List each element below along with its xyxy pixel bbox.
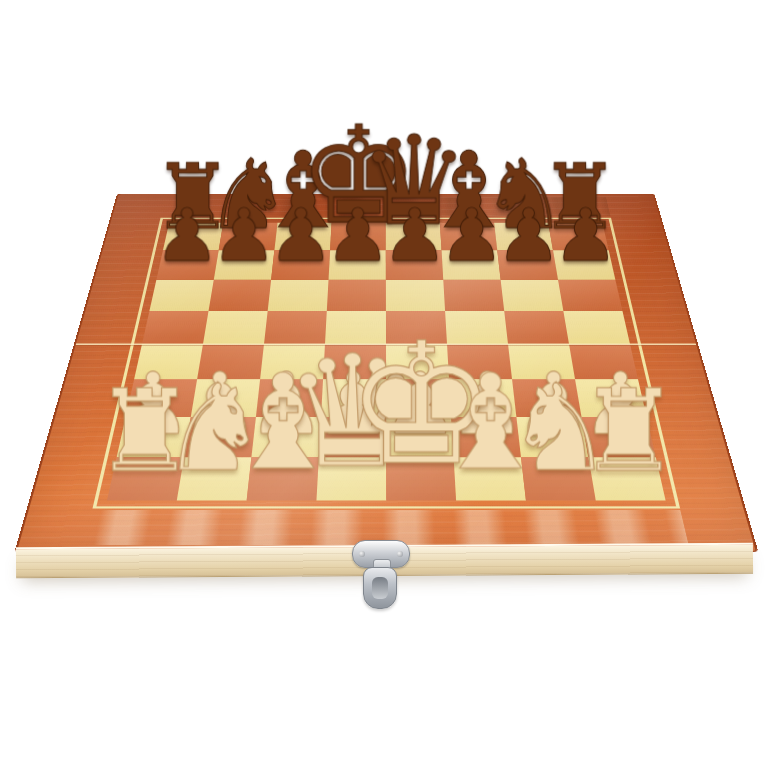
square-g5 [504, 311, 569, 344]
screw-icon [397, 551, 403, 557]
square-f7: ♟ [442, 250, 501, 279]
square-a7: ♟ [156, 250, 218, 279]
square-c7: ♟ [271, 250, 330, 279]
latch-plate [352, 540, 410, 568]
latch-hasp-loop [363, 567, 397, 609]
piece-black-pawn: ♟ [496, 199, 561, 272]
square-h5 [563, 311, 630, 344]
square-e6 [386, 280, 445, 311]
squares-grid: ♜♞♝♚♛♝♞♜♟♟♟♟♟♟♟♟♟♟♟♟♟♟♟♟♜♞♝♛♚♝♞♜ [107, 223, 666, 501]
square-c6 [268, 280, 329, 311]
square-b5 [203, 311, 268, 344]
square-h6 [558, 280, 622, 311]
playing-area: ♜♞♝♚♛♝♞♜♟♟♟♟♟♟♟♟♟♟♟♟♟♟♟♟♜♞♝♛♚♝♞♜ [92, 218, 680, 509]
product-photo-scene: ♜♞♝♚♛♝♞♜♟♟♟♟♟♟♟♟♟♟♟♟♟♟♟♟♜♞♝♛♚♝♞♜ [0, 0, 768, 768]
piece-white-rook: ♜ [578, 376, 680, 489]
square-g6 [501, 280, 564, 311]
piece-black-pawn: ♟ [211, 199, 276, 272]
square-d6 [327, 280, 386, 311]
square-e7: ♟ [386, 250, 443, 279]
square-d7: ♟ [329, 250, 386, 279]
square-b7: ♟ [214, 250, 275, 279]
piece-black-pawn: ♟ [268, 199, 333, 272]
piece-black-pawn: ♟ [325, 199, 390, 272]
chessboard: ♜♞♝♚♛♝♞♜♟♟♟♟♟♟♟♟♟♟♟♟♟♟♟♟♜♞♝♛♚♝♞♜ [14, 194, 758, 553]
square-a5 [142, 311, 209, 344]
piece-black-pawn: ♟ [552, 199, 617, 272]
hasp-hole [372, 577, 388, 599]
screw-icon [359, 551, 365, 557]
square-g7: ♟ [497, 250, 558, 279]
piece-black-pawn: ♟ [154, 199, 219, 272]
square-b6 [209, 280, 272, 311]
piece-black-pawn: ♟ [382, 199, 447, 272]
square-a6 [149, 280, 213, 311]
piece-black-pawn: ♟ [439, 199, 504, 272]
square-f6 [443, 280, 504, 311]
square-h7: ♟ [553, 250, 615, 279]
